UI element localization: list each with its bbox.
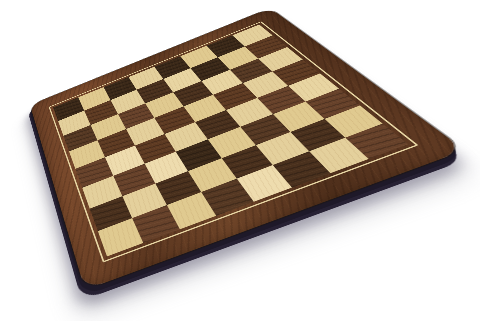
chessboard-frame (30, 8, 465, 290)
playing-field (53, 25, 408, 257)
photo-background (0, 0, 480, 321)
inlay-border-line (49, 21, 419, 262)
